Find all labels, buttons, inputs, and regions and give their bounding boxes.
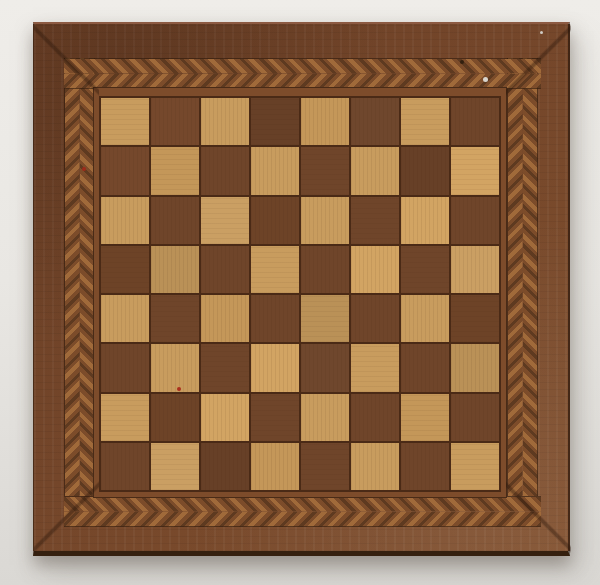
square-a5 [101, 246, 149, 293]
square-c7 [201, 147, 249, 194]
square-e6 [301, 197, 349, 244]
square-b2 [151, 394, 199, 441]
square-c6 [201, 197, 249, 244]
square-d7 [251, 147, 299, 194]
square-b4 [151, 295, 199, 342]
square-a1 [101, 443, 149, 490]
square-h8 [451, 98, 499, 145]
border-chevron-band-left [64, 58, 95, 496]
square-h3 [451, 344, 499, 391]
square-c5 [201, 246, 249, 293]
square-f8 [351, 98, 399, 145]
square-e3 [301, 344, 349, 391]
square-a7 [101, 147, 149, 194]
board-grid [99, 96, 501, 492]
square-b6 [151, 197, 199, 244]
red-paint-speck-left-border [82, 167, 86, 171]
square-d6 [251, 197, 299, 244]
photo-background [0, 0, 600, 585]
square-f2 [351, 394, 399, 441]
square-f3 [351, 344, 399, 391]
square-c4 [201, 295, 249, 342]
square-e4 [301, 295, 349, 342]
white-speck-top-right-border [483, 77, 488, 82]
square-g6 [401, 197, 449, 244]
square-c2 [201, 394, 249, 441]
square-d8 [251, 98, 299, 145]
square-g8 [401, 98, 449, 145]
square-h7 [451, 147, 499, 194]
square-f5 [351, 246, 399, 293]
square-g3 [401, 344, 449, 391]
square-d2 [251, 394, 299, 441]
square-b7 [151, 147, 199, 194]
border-chevron-band-top [64, 58, 541, 89]
square-b8 [151, 98, 199, 145]
square-a2 [101, 394, 149, 441]
square-e5 [301, 246, 349, 293]
square-d1 [251, 443, 299, 490]
square-h5 [451, 246, 499, 293]
square-e1 [301, 443, 349, 490]
square-d5 [251, 246, 299, 293]
square-f6 [351, 197, 399, 244]
square-h2 [451, 394, 499, 441]
square-h6 [451, 197, 499, 244]
dark-knot-top-right-border [460, 60, 464, 64]
square-g1 [401, 443, 449, 490]
square-c1 [201, 443, 249, 490]
square-b1 [151, 443, 199, 490]
square-h4 [451, 295, 499, 342]
square-d3 [251, 344, 299, 391]
square-f7 [351, 147, 399, 194]
chessboard [33, 22, 570, 556]
square-h1 [451, 443, 499, 490]
square-b5 [151, 246, 199, 293]
border-chevron-band-right [507, 58, 538, 496]
square-e8 [301, 98, 349, 145]
square-f1 [351, 443, 399, 490]
square-a3 [101, 344, 149, 391]
square-c8 [201, 98, 249, 145]
square-a8 [101, 98, 149, 145]
square-g4 [401, 295, 449, 342]
square-g2 [401, 394, 449, 441]
red-paint-speck-light-square [177, 387, 181, 391]
square-a4 [101, 295, 149, 342]
square-e7 [301, 147, 349, 194]
square-g7 [401, 147, 449, 194]
square-d4 [251, 295, 299, 342]
square-b3 [151, 344, 199, 391]
square-c3 [201, 344, 249, 391]
white-speck-top-frame [540, 31, 543, 34]
border-chevron-band-bottom [64, 496, 541, 527]
square-g5 [401, 246, 449, 293]
square-e2 [301, 394, 349, 441]
square-f4 [351, 295, 399, 342]
square-a6 [101, 197, 149, 244]
